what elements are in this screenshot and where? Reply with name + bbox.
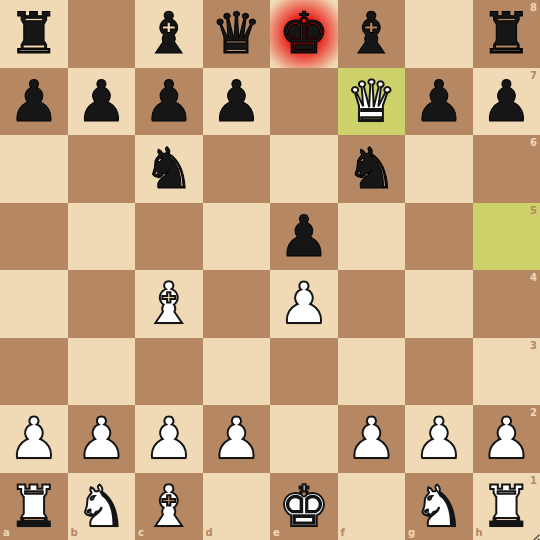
- black-rook[interactable]: ♜: [0, 0, 68, 68]
- black-knight[interactable]: ♞: [338, 135, 406, 203]
- square-a5[interactable]: [0, 203, 68, 271]
- square-c2[interactable]: ♟: [135, 405, 203, 473]
- square-b4[interactable]: [68, 270, 136, 338]
- white-bishop[interactable]: ♝: [135, 270, 203, 338]
- square-b6[interactable]: [68, 135, 136, 203]
- square-c8[interactable]: ♝: [135, 0, 203, 68]
- square-f1[interactable]: f: [338, 473, 406, 540]
- black-knight[interactable]: ♞: [135, 135, 203, 203]
- coord-file-f: f: [341, 528, 345, 538]
- square-c6[interactable]: ♞: [135, 135, 203, 203]
- black-pawn[interactable]: ♟: [0, 68, 68, 136]
- square-a6[interactable]: [0, 135, 68, 203]
- white-rook[interactable]: ♜: [0, 473, 68, 540]
- coord-rank-5: 5: [530, 206, 537, 216]
- chess-board: ♜♝♛♚♝8♜♟♟♟♟♛♟7♟♞♞6♟5♝♟43♟♟♟♟♟♟2♟a♜b♞c♝de…: [0, 0, 540, 540]
- white-pawn[interactable]: ♟: [135, 405, 203, 473]
- white-bishop[interactable]: ♝: [135, 473, 203, 540]
- square-h7[interactable]: 7♟: [473, 68, 540, 136]
- black-pawn[interactable]: ♟: [405, 68, 473, 136]
- square-g4[interactable]: [405, 270, 473, 338]
- square-b3[interactable]: [68, 338, 136, 406]
- square-f7[interactable]: ♛: [338, 68, 406, 136]
- square-d7[interactable]: ♟: [203, 68, 271, 136]
- square-f2[interactable]: ♟: [338, 405, 406, 473]
- white-pawn[interactable]: ♟: [338, 405, 406, 473]
- square-d4[interactable]: [203, 270, 271, 338]
- square-a1[interactable]: a♜: [0, 473, 68, 540]
- white-queen[interactable]: ♛: [338, 68, 406, 136]
- square-h5[interactable]: 5: [473, 203, 540, 271]
- black-king[interactable]: ♚: [270, 0, 338, 68]
- black-bishop[interactable]: ♝: [135, 0, 203, 68]
- square-b5[interactable]: [68, 203, 136, 271]
- black-pawn[interactable]: ♟: [270, 203, 338, 271]
- square-a8[interactable]: ♜: [0, 0, 68, 68]
- square-h4[interactable]: 4: [473, 270, 540, 338]
- coord-file-d: d: [206, 528, 213, 538]
- square-a2[interactable]: ♟: [0, 405, 68, 473]
- square-d1[interactable]: d: [203, 473, 271, 540]
- square-a4[interactable]: [0, 270, 68, 338]
- square-b8[interactable]: [68, 0, 136, 68]
- square-c1[interactable]: c♝: [135, 473, 203, 540]
- square-f5[interactable]: [338, 203, 406, 271]
- square-g3[interactable]: [405, 338, 473, 406]
- square-g5[interactable]: [405, 203, 473, 271]
- square-f3[interactable]: [338, 338, 406, 406]
- square-c7[interactable]: ♟: [135, 68, 203, 136]
- square-h6[interactable]: 6: [473, 135, 540, 203]
- white-knight[interactable]: ♞: [68, 473, 136, 540]
- black-rook[interactable]: ♜: [473, 0, 540, 68]
- square-c4[interactable]: ♝: [135, 270, 203, 338]
- square-e6[interactable]: [270, 135, 338, 203]
- coord-rank-3: 3: [530, 341, 537, 351]
- white-pawn[interactable]: ♟: [68, 405, 136, 473]
- white-pawn[interactable]: ♟: [203, 405, 271, 473]
- square-e7[interactable]: [270, 68, 338, 136]
- square-a7[interactable]: ♟: [0, 68, 68, 136]
- square-b7[interactable]: ♟: [68, 68, 136, 136]
- square-d5[interactable]: [203, 203, 271, 271]
- square-g2[interactable]: ♟: [405, 405, 473, 473]
- square-f6[interactable]: ♞: [338, 135, 406, 203]
- white-knight[interactable]: ♞: [405, 473, 473, 540]
- square-e5[interactable]: ♟: [270, 203, 338, 271]
- square-a3[interactable]: [0, 338, 68, 406]
- black-pawn[interactable]: ♟: [68, 68, 136, 136]
- square-e3[interactable]: [270, 338, 338, 406]
- white-pawn[interactable]: ♟: [0, 405, 68, 473]
- square-d2[interactable]: ♟: [203, 405, 271, 473]
- square-h3[interactable]: 3: [473, 338, 540, 406]
- square-f8[interactable]: ♝: [338, 0, 406, 68]
- black-pawn[interactable]: ♟: [473, 68, 540, 136]
- square-g8[interactable]: [405, 0, 473, 68]
- square-g7[interactable]: ♟: [405, 68, 473, 136]
- black-pawn[interactable]: ♟: [135, 68, 203, 136]
- square-e2[interactable]: [270, 405, 338, 473]
- square-c5[interactable]: [135, 203, 203, 271]
- square-e8[interactable]: ♚: [270, 0, 338, 68]
- square-g6[interactable]: [405, 135, 473, 203]
- coord-rank-6: 6: [530, 138, 537, 148]
- white-pawn[interactable]: ♟: [405, 405, 473, 473]
- square-h8[interactable]: 8♜: [473, 0, 540, 68]
- white-pawn[interactable]: ♟: [473, 405, 540, 473]
- square-e1[interactable]: e♚: [270, 473, 338, 540]
- black-queen[interactable]: ♛: [203, 0, 271, 68]
- square-b1[interactable]: b♞: [68, 473, 136, 540]
- resize-handle-icon[interactable]: [528, 528, 540, 540]
- square-f4[interactable]: [338, 270, 406, 338]
- square-d8[interactable]: ♛: [203, 0, 271, 68]
- square-e4[interactable]: ♟: [270, 270, 338, 338]
- square-b2[interactable]: ♟: [68, 405, 136, 473]
- black-pawn[interactable]: ♟: [203, 68, 271, 136]
- white-pawn[interactable]: ♟: [270, 270, 338, 338]
- square-c3[interactable]: [135, 338, 203, 406]
- black-bishop[interactable]: ♝: [338, 0, 406, 68]
- square-d3[interactable]: [203, 338, 271, 406]
- square-h2[interactable]: 2♟: [473, 405, 540, 473]
- square-g1[interactable]: g♞: [405, 473, 473, 540]
- white-king[interactable]: ♚: [270, 473, 338, 540]
- square-d6[interactable]: [203, 135, 271, 203]
- coord-rank-4: 4: [530, 273, 537, 283]
